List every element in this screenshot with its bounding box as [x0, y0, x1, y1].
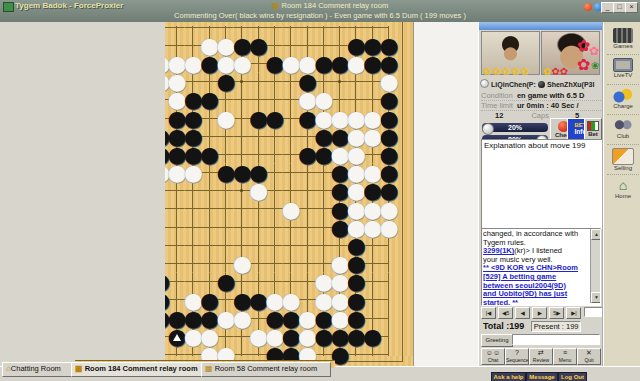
chat-button[interactable]: ☺☺Chat [481, 348, 505, 365]
player-names-row: LiQinChen(P: ShenZhXu(P3I [480, 79, 602, 89]
toolbar-club[interactable]: Club [607, 116, 639, 145]
condition-row: Condition en game with 6.5 D [481, 91, 601, 101]
greeting-row: Greeting [481, 334, 601, 346]
tab-room-58[interactable]: ▦ Room 58 Comment relay room [201, 362, 331, 377]
black-stone: ● [216, 272, 234, 291]
toolbar-charge[interactable]: Charge [607, 86, 639, 115]
side-toolbar: Games LiveTV Charge Club Selling ⌂ Home [602, 22, 640, 367]
white-stone-icon [480, 79, 489, 88]
ask-help-button[interactable]: Ask a help [491, 372, 526, 381]
review-icon: ⇄ [530, 349, 552, 357]
room-title: ▦ Room 184 Comment relay room [180, 1, 480, 10]
panel-button-row: ☺☺Chat ?Sequence ⇄Review ≡Menu ✕Quit [481, 348, 601, 364]
black-stone: ● [331, 218, 349, 237]
games-icon [613, 28, 633, 43]
logout-button[interactable]: Log Out [558, 372, 587, 381]
black-stone: ● [363, 327, 381, 346]
yellow-flowers-icon: ✿✿✿✿✿ [483, 66, 530, 77]
nav-back-button[interactable]: ◀ [515, 307, 530, 319]
white-stone: ● [168, 163, 186, 182]
app-window: Tygem Badok - ForceProxier ▦ Room 184 Co… [0, 0, 640, 381]
stones-layer: ●●●●●●●●●●●●●●●●●●●●●●●●●●●●●●●●●●●●●●●●… [165, 22, 413, 367]
black-stone-icon [538, 81, 545, 88]
leaf-icon: ❀ [591, 60, 599, 71]
chat-icon: ☺☺ [482, 349, 504, 357]
white-stone: ● [282, 200, 300, 219]
move-count-row: Total :199 Present : 199 [483, 321, 601, 332]
black-stone: ● [216, 72, 234, 91]
title-bar: Tygem Badok - ForceProxier ▦ Room 184 Co… [0, 0, 640, 22]
white-stone: ● [347, 54, 365, 73]
scroll-up-icon[interactable]: ▲ [591, 229, 601, 240]
white-stone: ● [216, 309, 234, 328]
white-stone: ● [379, 218, 397, 237]
chat-message: started. ** [483, 299, 589, 306]
selling-icon [612, 148, 634, 165]
quit-icon: ✕ [578, 349, 600, 357]
nav-last-button[interactable]: ▶| [566, 307, 581, 319]
game-result-line: Commenting Over( black wins by resignati… [0, 11, 640, 20]
move-explanation-box: Explanation about move 199 [481, 139, 605, 229]
white-stone: ● [184, 163, 202, 182]
mixed-flowers-icon: ✿✿✿ [543, 66, 568, 77]
present-move-box: Present : 199 [531, 321, 582, 332]
total-moves: Total :199 [483, 321, 524, 331]
white-stone: ● [249, 181, 267, 200]
white-stone: ● [233, 309, 251, 328]
black-player-name: ShenZhXu(P3I [547, 81, 594, 88]
nav-forward5-button[interactable]: 5▶ [549, 307, 564, 319]
game-info-panel: ✿✿✿✿✿ ✿✿✿ ✿✿ ✿ ❀ LiQinChen(P: ShenZhXu(P… [478, 22, 603, 367]
rose-bouquet-icon-2: ✿ [589, 44, 599, 58]
board-window-empty-strip [413, 22, 479, 367]
black-stone: ● [331, 54, 349, 73]
chat-scrollbar[interactable]: ▲ ▼ [590, 229, 600, 303]
bet-dice-icon [587, 121, 599, 131]
video-header-bar [479, 22, 603, 30]
message-button[interactable]: Message [526, 372, 558, 381]
time-limit-row: Time limit ur 0min : 40 Sec / [481, 101, 601, 111]
home-icon: ⌂ [613, 178, 633, 193]
white-stone: ● [216, 109, 234, 128]
toolbar-selling[interactable]: Selling [607, 146, 639, 175]
greeting-button[interactable]: Greeting [481, 334, 513, 347]
present-move-value: 199 [566, 322, 579, 331]
board-tab-icon-2: ▦ [205, 364, 213, 373]
go-board[interactable]: ●●●●●●●●●●●●●●●●●●●●●●●●●●●●●●●●●●●●●●●●… [165, 22, 413, 367]
club-icon [613, 118, 633, 133]
toolbar-games[interactable]: Games [607, 26, 639, 55]
sequence-icon: ? [506, 349, 528, 357]
menu-icon: ≡ [554, 349, 576, 357]
left-empty-panel [0, 22, 165, 367]
nav-back5-button[interactable]: ◀5 [498, 307, 513, 319]
board-tab-icon: ▦ [75, 364, 83, 373]
review-button[interactable]: ⇄Review [529, 348, 553, 365]
toolbar-livetv[interactable]: LiveTV [607, 56, 639, 85]
menu-button[interactable]: ≡Menu [553, 348, 577, 365]
chat-input[interactable] [512, 334, 600, 345]
window-title: Tygem Badok - ForceProxier [15, 1, 123, 10]
tab-chatting-room[interactable]: ⌂Chatting Room [2, 362, 74, 377]
chat-box[interactable]: changed, in accordance withTygem rules.3… [481, 228, 601, 306]
close-button[interactable]: × [625, 2, 638, 13]
tv-icon [613, 58, 633, 72]
white-stone: ● [282, 54, 300, 73]
black-stone: ● [216, 163, 234, 182]
sequence-button[interactable]: ?Sequence [505, 348, 529, 365]
helper-ball-icon[interactable] [584, 3, 592, 11]
black-stone: ● [233, 163, 251, 182]
white-captures: 12 [495, 111, 503, 120]
room-grid-icon: ▦ [272, 1, 280, 10]
toolbar-home[interactable]: ⌂ Home [607, 176, 639, 204]
move-navigation: |◀ ◀5 ◀ ▶ 5▶ ▶| [481, 307, 601, 319]
black-stone: ● [298, 145, 316, 164]
quit-button[interactable]: ✕Quit [577, 348, 601, 365]
time-limit-value: ur 0min : 40 Sec / [517, 101, 579, 110]
tab-room-184[interactable]: ▦ Room 184 Comment relay room [71, 362, 205, 377]
explanation-title: Explanation about move 199 [484, 141, 585, 150]
condition-value: en game with 6.5 D [517, 91, 585, 100]
black-stone: ● [265, 109, 283, 128]
black-stone: ● [249, 109, 267, 128]
white-bet-knob[interactable] [482, 123, 494, 135]
scroll-down-icon[interactable]: ▼ [591, 292, 601, 303]
black-stone: ● [314, 145, 332, 164]
nav-first-button[interactable]: |◀ [481, 307, 496, 319]
chat-lines: changed, in accordance withTygem rules.3… [483, 230, 589, 306]
white-bet-slider[interactable]: 20% [482, 123, 548, 132]
nav-forward-button[interactable]: ▶ [532, 307, 547, 319]
last-move-marker [173, 334, 181, 341]
charge-icon [613, 88, 633, 103]
black-stone: ● [265, 54, 283, 73]
white-player-name: LiQinChen(P: [491, 81, 536, 88]
